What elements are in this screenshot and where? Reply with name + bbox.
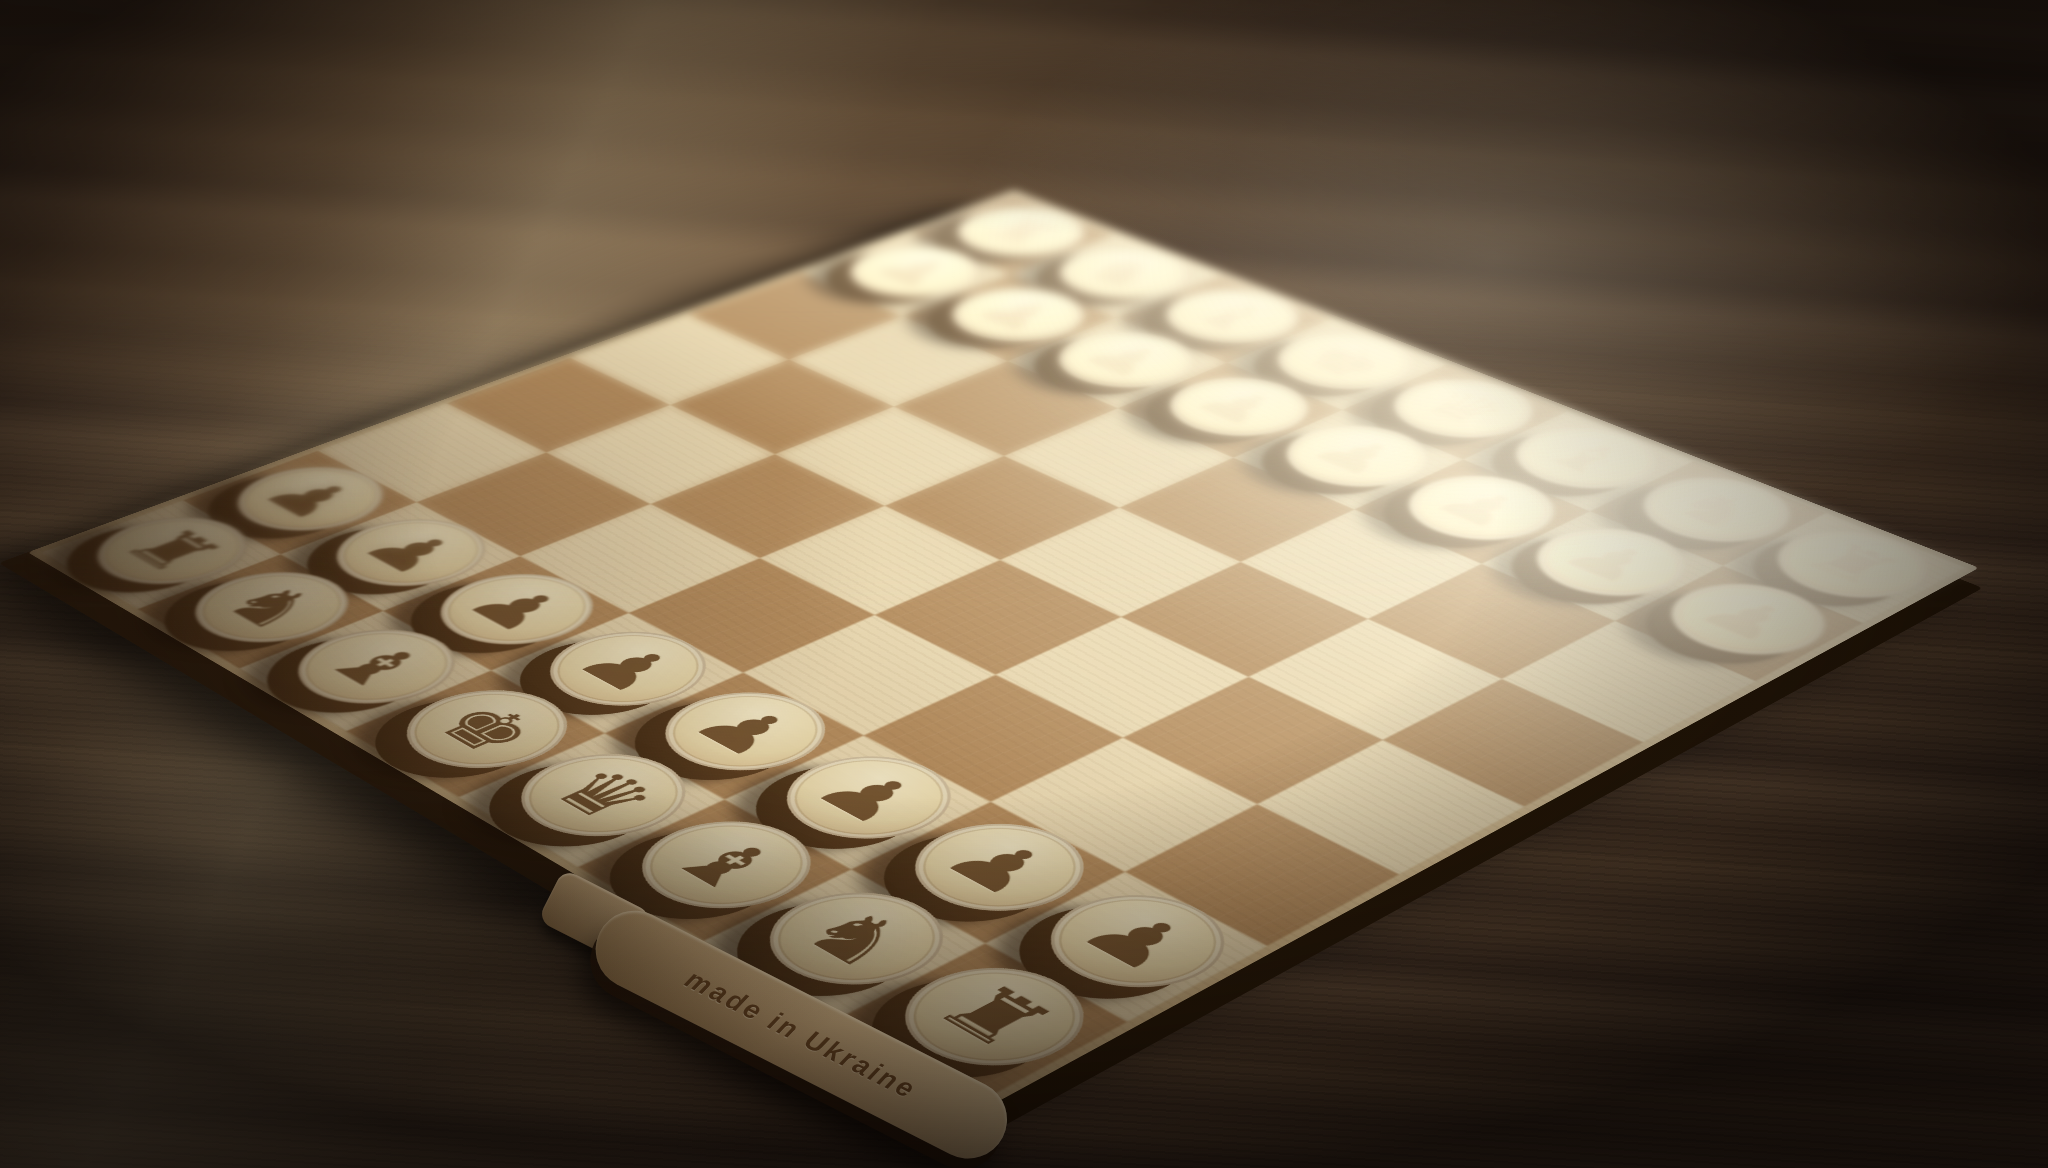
vignette — [0, 0, 2048, 1168]
photo-frame: ♜♞♝♚♛♝♞♜♟♟♟♟♟♟♟♟♟♟♟♟♟♟♟♟♜♞♝♚♛♝♞♜ made in… — [0, 0, 2048, 1168]
